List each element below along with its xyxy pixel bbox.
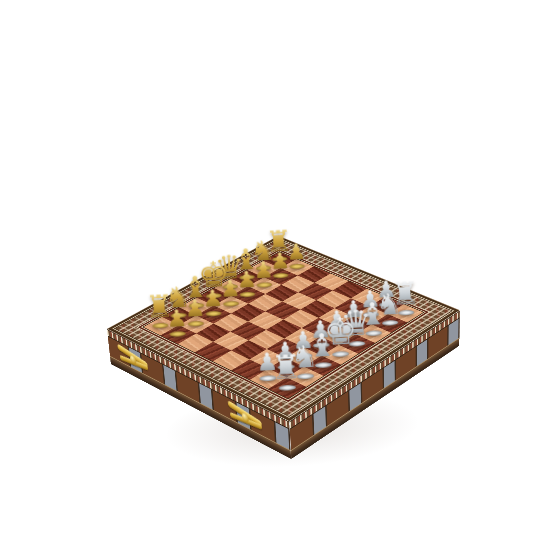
chess-box: ♜♟♟♜♞♟♟♞♝♟♟♝♛♟♟♛♚♟♟♚♝♟♟♝♞♟♟♞♜♟♟♜ <box>107 236 460 422</box>
piece-glyph: ♜ <box>269 350 303 385</box>
chess-piece-silver-rook: ♜ <box>269 350 303 391</box>
chess-piece-gold-pawn: ♟ <box>161 306 193 337</box>
scene-roll-wrapper: ♜♟♟♜♞♟♟♞♝♟♟♝♛♟♟♛♚♟♟♚♝♟♟♝♞♟♟♞♜♟♟♜ <box>0 0 550 550</box>
brass-clasp-icon <box>228 400 264 436</box>
product-photo-stage: ♜♟♟♜♞♟♟♞♝♟♟♝♛♟♟♛♚♟♟♚♝♟♟♝♞♟♟♞♜♟♟♜ <box>0 0 550 550</box>
piece-glyph: ♟ <box>161 306 192 331</box>
perspective-scene: ♜♟♟♜♞♟♟♞♝♟♟♝♛♟♟♛♚♟♟♚♝♟♟♝♞♟♟♞♜♟♟♜ <box>0 0 550 550</box>
